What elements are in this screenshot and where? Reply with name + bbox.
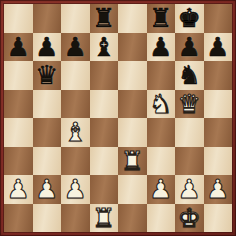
piece-black-pawn[interactable]: ♟ [35,34,58,60]
square-g8[interactable]: ♚ [175,4,204,33]
square-g1[interactable]: ♚ [175,204,204,233]
square-e8[interactable] [118,4,147,33]
square-d2[interactable] [90,175,119,204]
square-h4[interactable] [204,118,233,147]
square-e1[interactable] [118,204,147,233]
square-g6[interactable]: ♞ [175,61,204,90]
square-c5[interactable] [61,90,90,119]
square-b5[interactable] [33,90,62,119]
square-g2[interactable]: ♟ [175,175,204,204]
square-a5[interactable] [4,90,33,119]
square-h7[interactable]: ♟ [204,33,233,62]
square-b1[interactable] [33,204,62,233]
square-c8[interactable] [61,4,90,33]
square-a6[interactable] [4,61,33,90]
square-f6[interactable] [147,61,176,90]
piece-white-pawn[interactable]: ♟ [206,176,229,202]
piece-black-bishop[interactable]: ♝ [92,34,115,60]
piece-black-pawn[interactable]: ♟ [7,34,30,60]
piece-black-pawn[interactable]: ♟ [178,34,201,60]
square-a3[interactable] [4,147,33,176]
square-e4[interactable] [118,118,147,147]
square-f8[interactable]: ♜ [147,4,176,33]
square-a1[interactable] [4,204,33,233]
square-d6[interactable] [90,61,119,90]
square-e7[interactable] [118,33,147,62]
square-d3[interactable] [90,147,119,176]
square-c4[interactable]: ♝ [61,118,90,147]
square-e6[interactable] [118,61,147,90]
square-a8[interactable] [4,4,33,33]
square-f3[interactable] [147,147,176,176]
square-h5[interactable] [204,90,233,119]
square-f1[interactable] [147,204,176,233]
square-h3[interactable] [204,147,233,176]
piece-black-knight[interactable]: ♞ [178,62,201,88]
chess-board: ♜♜♚♟♟♟♝♟♟♟♛♞♞♛♝♜♟♟♟♟♟♟♜♚ [4,4,232,232]
square-b2[interactable]: ♟ [33,175,62,204]
piece-white-bishop[interactable]: ♝ [64,119,87,145]
piece-black-pawn[interactable]: ♟ [206,34,229,60]
square-b6[interactable]: ♛ [33,61,62,90]
square-c1[interactable] [61,204,90,233]
piece-white-queen[interactable]: ♛ [178,91,201,117]
square-g4[interactable] [175,118,204,147]
square-d7[interactable]: ♝ [90,33,119,62]
square-g3[interactable] [175,147,204,176]
piece-black-rook[interactable]: ♜ [149,5,172,31]
piece-white-pawn[interactable]: ♟ [178,176,201,202]
piece-white-pawn[interactable]: ♟ [35,176,58,202]
square-c7[interactable]: ♟ [61,33,90,62]
square-h8[interactable] [204,4,233,33]
square-b3[interactable] [33,147,62,176]
square-h2[interactable]: ♟ [204,175,233,204]
board-frame: ♜♜♚♟♟♟♝♟♟♟♛♞♞♛♝♜♟♟♟♟♟♟♜♚ [0,0,236,236]
square-h6[interactable] [204,61,233,90]
piece-black-king[interactable]: ♚ [178,5,201,31]
square-a2[interactable]: ♟ [4,175,33,204]
square-a4[interactable] [4,118,33,147]
square-g5[interactable]: ♛ [175,90,204,119]
square-g7[interactable]: ♟ [175,33,204,62]
piece-white-pawn[interactable]: ♟ [7,176,30,202]
square-e3[interactable]: ♜ [118,147,147,176]
square-f2[interactable]: ♟ [147,175,176,204]
square-e2[interactable] [118,175,147,204]
square-b4[interactable] [33,118,62,147]
square-b8[interactable] [33,4,62,33]
square-c6[interactable] [61,61,90,90]
piece-white-pawn[interactable]: ♟ [64,176,87,202]
square-c2[interactable]: ♟ [61,175,90,204]
piece-black-rook[interactable]: ♜ [92,5,115,31]
piece-white-king[interactable]: ♚ [178,205,201,231]
square-c3[interactable] [61,147,90,176]
square-d1[interactable]: ♜ [90,204,119,233]
piece-black-pawn[interactable]: ♟ [64,34,87,60]
square-d5[interactable] [90,90,119,119]
square-f7[interactable]: ♟ [147,33,176,62]
square-h1[interactable] [204,204,233,233]
square-f5[interactable]: ♞ [147,90,176,119]
piece-black-queen[interactable]: ♛ [35,62,58,88]
piece-white-pawn[interactable]: ♟ [149,176,172,202]
piece-white-rook[interactable]: ♜ [92,205,115,231]
square-d4[interactable] [90,118,119,147]
square-a7[interactable]: ♟ [4,33,33,62]
square-d8[interactable]: ♜ [90,4,119,33]
piece-black-pawn[interactable]: ♟ [149,34,172,60]
square-e5[interactable] [118,90,147,119]
piece-white-knight[interactable]: ♞ [149,91,172,117]
piece-white-rook[interactable]: ♜ [121,148,144,174]
square-f4[interactable] [147,118,176,147]
square-b7[interactable]: ♟ [33,33,62,62]
